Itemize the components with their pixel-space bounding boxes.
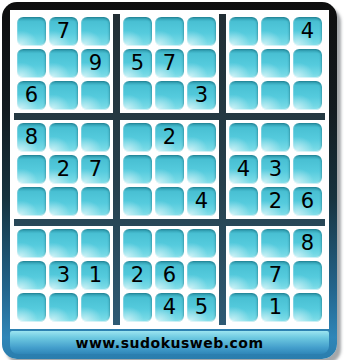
cell-r3c5[interactable] xyxy=(155,81,184,110)
cell-r5c5[interactable] xyxy=(155,155,184,184)
cell-r6c7[interactable] xyxy=(229,187,258,216)
box-8: 2645 xyxy=(120,226,219,325)
given-digit: 4 xyxy=(301,21,314,42)
given-digit: 7 xyxy=(57,21,70,42)
cell-r8c9[interactable] xyxy=(293,261,322,290)
cell-r7c6[interactable] xyxy=(187,229,216,258)
cell-r4c9[interactable] xyxy=(293,123,322,152)
cell-r8c8[interactable]: 7 xyxy=(261,261,290,290)
given-digit: 7 xyxy=(269,265,282,286)
cell-r1c1[interactable] xyxy=(17,17,46,46)
cell-r7c3[interactable] xyxy=(81,229,110,258)
cell-r7c7[interactable] xyxy=(229,229,258,258)
given-digit: 8 xyxy=(301,233,314,254)
cell-r6c1[interactable] xyxy=(17,187,46,216)
cell-r1c4[interactable] xyxy=(123,17,152,46)
cell-r8c6[interactable] xyxy=(187,261,216,290)
cell-r3c7[interactable] xyxy=(229,81,258,110)
given-digit: 4 xyxy=(237,159,250,180)
cell-r1c8[interactable] xyxy=(261,17,290,46)
cell-r9c4[interactable] xyxy=(123,293,152,322)
box-1: 796 xyxy=(14,14,113,113)
cell-r3c1[interactable]: 6 xyxy=(17,81,46,110)
cell-r2c6[interactable] xyxy=(187,49,216,78)
given-digit: 9 xyxy=(89,53,102,74)
given-digit: 2 xyxy=(57,159,70,180)
cell-r8c7[interactable] xyxy=(229,261,258,290)
cell-r8c1[interactable] xyxy=(17,261,46,290)
cell-r6c9[interactable]: 6 xyxy=(293,187,322,216)
box-6: 4326 xyxy=(226,120,325,219)
box-2: 573 xyxy=(120,14,219,113)
cell-r5c3[interactable]: 7 xyxy=(81,155,110,184)
cell-r1c9[interactable]: 4 xyxy=(293,17,322,46)
cell-r4c2[interactable] xyxy=(49,123,78,152)
cell-r6c8[interactable]: 2 xyxy=(261,187,290,216)
box-3: 4 xyxy=(226,14,325,113)
given-digit: 6 xyxy=(25,85,38,106)
cell-r5c9[interactable] xyxy=(293,155,322,184)
cell-r1c3[interactable] xyxy=(81,17,110,46)
box-7: 31 xyxy=(14,226,113,325)
cell-r5c6[interactable] xyxy=(187,155,216,184)
site-url-link[interactable]: www.sudokusweb.com xyxy=(75,335,263,351)
cell-r6c6[interactable]: 4 xyxy=(187,187,216,216)
cell-r9c5[interactable]: 4 xyxy=(155,293,184,322)
cell-r6c3[interactable] xyxy=(81,187,110,216)
cell-r3c4[interactable] xyxy=(123,81,152,110)
given-digit: 7 xyxy=(163,53,176,74)
given-digit: 5 xyxy=(131,53,144,74)
cell-r2c1[interactable] xyxy=(17,49,46,78)
cell-r3c6[interactable]: 3 xyxy=(187,81,216,110)
cell-r5c1[interactable] xyxy=(17,155,46,184)
cell-r4c4[interactable] xyxy=(123,123,152,152)
cell-r6c5[interactable] xyxy=(155,187,184,216)
cell-r8c5[interactable]: 6 xyxy=(155,261,184,290)
given-digit: 1 xyxy=(269,297,282,318)
cell-r5c2[interactable]: 2 xyxy=(49,155,78,184)
cell-r2c2[interactable] xyxy=(49,49,78,78)
cell-r2c4[interactable]: 5 xyxy=(123,49,152,78)
cell-r3c3[interactable] xyxy=(81,81,110,110)
cell-r2c8[interactable] xyxy=(261,49,290,78)
cell-r3c8[interactable] xyxy=(261,81,290,110)
cell-r4c1[interactable]: 8 xyxy=(17,123,46,152)
given-digit: 5 xyxy=(195,297,208,318)
cell-r9c9[interactable] xyxy=(293,293,322,322)
cell-r9c1[interactable] xyxy=(17,293,46,322)
cell-r4c5[interactable]: 2 xyxy=(155,123,184,152)
cell-r6c2[interactable] xyxy=(49,187,78,216)
site-footer-band: www.sudokusweb.com xyxy=(10,331,329,354)
given-digit: 3 xyxy=(57,265,70,286)
cell-r7c2[interactable] xyxy=(49,229,78,258)
cell-r3c2[interactable] xyxy=(49,81,78,110)
cell-r9c7[interactable] xyxy=(229,293,258,322)
cell-r6c4[interactable] xyxy=(123,187,152,216)
given-digit: 3 xyxy=(269,159,282,180)
cell-r8c2[interactable]: 3 xyxy=(49,261,78,290)
cell-r1c6[interactable] xyxy=(187,17,216,46)
cell-r2c5[interactable]: 7 xyxy=(155,49,184,78)
cell-r7c5[interactable] xyxy=(155,229,184,258)
given-digit: 2 xyxy=(163,127,176,148)
cell-r7c1[interactable] xyxy=(17,229,46,258)
cell-r9c2[interactable] xyxy=(49,293,78,322)
given-digit: 4 xyxy=(163,297,176,318)
cell-r9c3[interactable] xyxy=(81,293,110,322)
cell-r1c5[interactable] xyxy=(155,17,184,46)
cell-r2c3[interactable]: 9 xyxy=(81,49,110,78)
cell-r8c4[interactable]: 2 xyxy=(123,261,152,290)
given-digit: 6 xyxy=(163,265,176,286)
cell-r4c3[interactable] xyxy=(81,123,110,152)
cell-r5c4[interactable] xyxy=(123,155,152,184)
given-digit: 6 xyxy=(301,191,314,212)
cell-r7c4[interactable] xyxy=(123,229,152,258)
given-digit: 8 xyxy=(25,127,38,148)
box-9: 871 xyxy=(226,226,325,325)
cell-r7c8[interactable] xyxy=(261,229,290,258)
sudoku-board: 7965734827244326312645871 xyxy=(10,10,329,329)
cell-r5c7[interactable]: 4 xyxy=(229,155,258,184)
box-4: 827 xyxy=(14,120,113,219)
cell-r9c8[interactable]: 1 xyxy=(261,293,290,322)
given-digit: 7 xyxy=(89,159,102,180)
cell-r4c6[interactable] xyxy=(187,123,216,152)
given-digit: 1 xyxy=(89,265,102,286)
given-digit: 3 xyxy=(195,85,208,106)
cell-r4c8[interactable] xyxy=(261,123,290,152)
cell-r5c8[interactable]: 3 xyxy=(261,155,290,184)
cell-r2c7[interactable] xyxy=(229,49,258,78)
page-background: 7965734827244326312645871 www.sudokusweb… xyxy=(0,0,350,360)
cell-r8c3[interactable]: 1 xyxy=(81,261,110,290)
cell-r4c7[interactable] xyxy=(229,123,258,152)
cell-r1c7[interactable] xyxy=(229,17,258,46)
given-digit: 2 xyxy=(131,265,144,286)
cell-r1c2[interactable]: 7 xyxy=(49,17,78,46)
given-digit: 2 xyxy=(269,191,282,212)
cell-r3c9[interactable] xyxy=(293,81,322,110)
sudoku-board-frame: 7965734827244326312645871 www.sudokusweb… xyxy=(2,2,337,359)
cell-r2c9[interactable] xyxy=(293,49,322,78)
cell-r9c6[interactable]: 5 xyxy=(187,293,216,322)
given-digit: 4 xyxy=(195,191,208,212)
cell-r7c9[interactable]: 8 xyxy=(293,229,322,258)
box-5: 24 xyxy=(120,120,219,219)
